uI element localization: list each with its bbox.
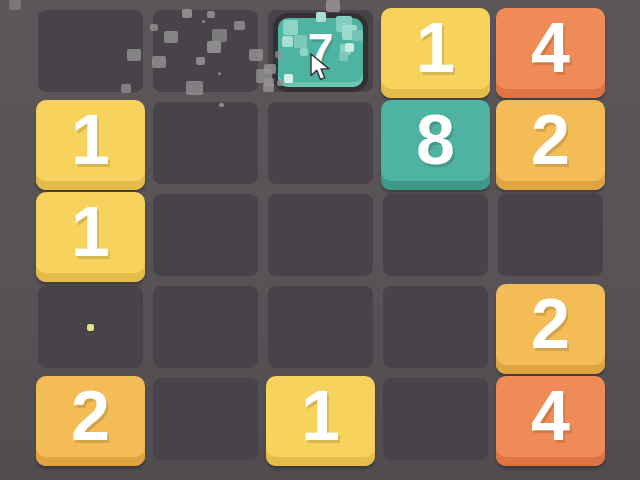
cell-r4c4 bbox=[383, 286, 488, 368]
dust-particle bbox=[326, 0, 340, 12]
cell-r3c3 bbox=[268, 194, 373, 276]
yellow-dot-particle bbox=[87, 324, 94, 331]
cell-r5c2 bbox=[153, 378, 258, 460]
tile-value: 1 bbox=[71, 192, 110, 272]
dust-particle bbox=[152, 56, 166, 68]
cell-r4c2 bbox=[153, 286, 258, 368]
merge-sparkle-particle bbox=[294, 35, 307, 48]
tile-value: 8 bbox=[416, 100, 455, 180]
dust-particle bbox=[127, 49, 141, 61]
tile-1-r3c1[interactable]: 1 bbox=[36, 192, 145, 282]
dust-particle bbox=[186, 81, 203, 95]
tile-value: 7 bbox=[308, 23, 334, 77]
merge-sparkle-particle bbox=[283, 20, 298, 35]
game-board: 71418212214 bbox=[0, 0, 640, 480]
dust-particle bbox=[196, 57, 205, 65]
dust-particle bbox=[9, 0, 21, 10]
dust-particle bbox=[277, 80, 284, 86]
dust-particle bbox=[264, 78, 274, 87]
dust-particle bbox=[234, 21, 245, 30]
cell-r3c2 bbox=[153, 194, 258, 276]
tile-value: 1 bbox=[71, 100, 110, 180]
merge-sparkle-particle bbox=[300, 48, 308, 56]
tile-4-r1c5[interactable]: 4 bbox=[496, 8, 605, 98]
tile-2-r2c5[interactable]: 2 bbox=[496, 100, 605, 190]
tile-8-r2c4[interactable]: 8 bbox=[381, 100, 490, 190]
merge-sparkle-particle bbox=[284, 74, 293, 83]
tile-1-r1c4[interactable]: 1 bbox=[381, 8, 490, 98]
tile-value: 2 bbox=[71, 376, 110, 456]
cell-r2c3 bbox=[268, 102, 373, 184]
tile-value: 2 bbox=[531, 284, 570, 364]
tile-1-r2c1[interactable]: 1 bbox=[36, 100, 145, 190]
cell-r3c5 bbox=[498, 194, 603, 276]
dust-particle bbox=[207, 41, 221, 53]
tile-value: 1 bbox=[301, 376, 340, 456]
dust-particle bbox=[202, 20, 205, 23]
dust-particle bbox=[275, 51, 283, 58]
cell-r4c3 bbox=[268, 286, 373, 368]
dust-particle bbox=[150, 24, 158, 31]
cell-r2c2 bbox=[153, 102, 258, 184]
cell-r5c4 bbox=[383, 378, 488, 460]
tile-2-r5c1[interactable]: 2 bbox=[36, 376, 145, 466]
tile-value: 1 bbox=[416, 8, 455, 88]
merge-sparkle-particle bbox=[345, 43, 354, 52]
dust-particle bbox=[207, 11, 215, 18]
dust-particle bbox=[219, 103, 224, 107]
merge-sparkle-particle bbox=[282, 36, 293, 47]
dust-particle bbox=[218, 72, 221, 75]
tile-value: 4 bbox=[531, 8, 570, 88]
cell-r3c4 bbox=[383, 194, 488, 276]
merge-sparkle-particle bbox=[352, 30, 363, 41]
dust-particle bbox=[121, 84, 131, 93]
tile-1-r5c3[interactable]: 1 bbox=[266, 376, 375, 466]
tile-4-r5c5[interactable]: 4 bbox=[496, 376, 605, 466]
dust-particle bbox=[164, 31, 178, 43]
tile-value: 4 bbox=[531, 376, 570, 456]
dust-particle bbox=[182, 9, 192, 18]
dust-particle bbox=[249, 49, 263, 61]
tile-value: 2 bbox=[531, 100, 570, 180]
tile-2-r4c5[interactable]: 2 bbox=[496, 284, 605, 374]
dust-particle bbox=[264, 64, 276, 74]
merge-sparkle-particle bbox=[339, 52, 348, 61]
merge-sparkle-particle bbox=[316, 12, 326, 22]
